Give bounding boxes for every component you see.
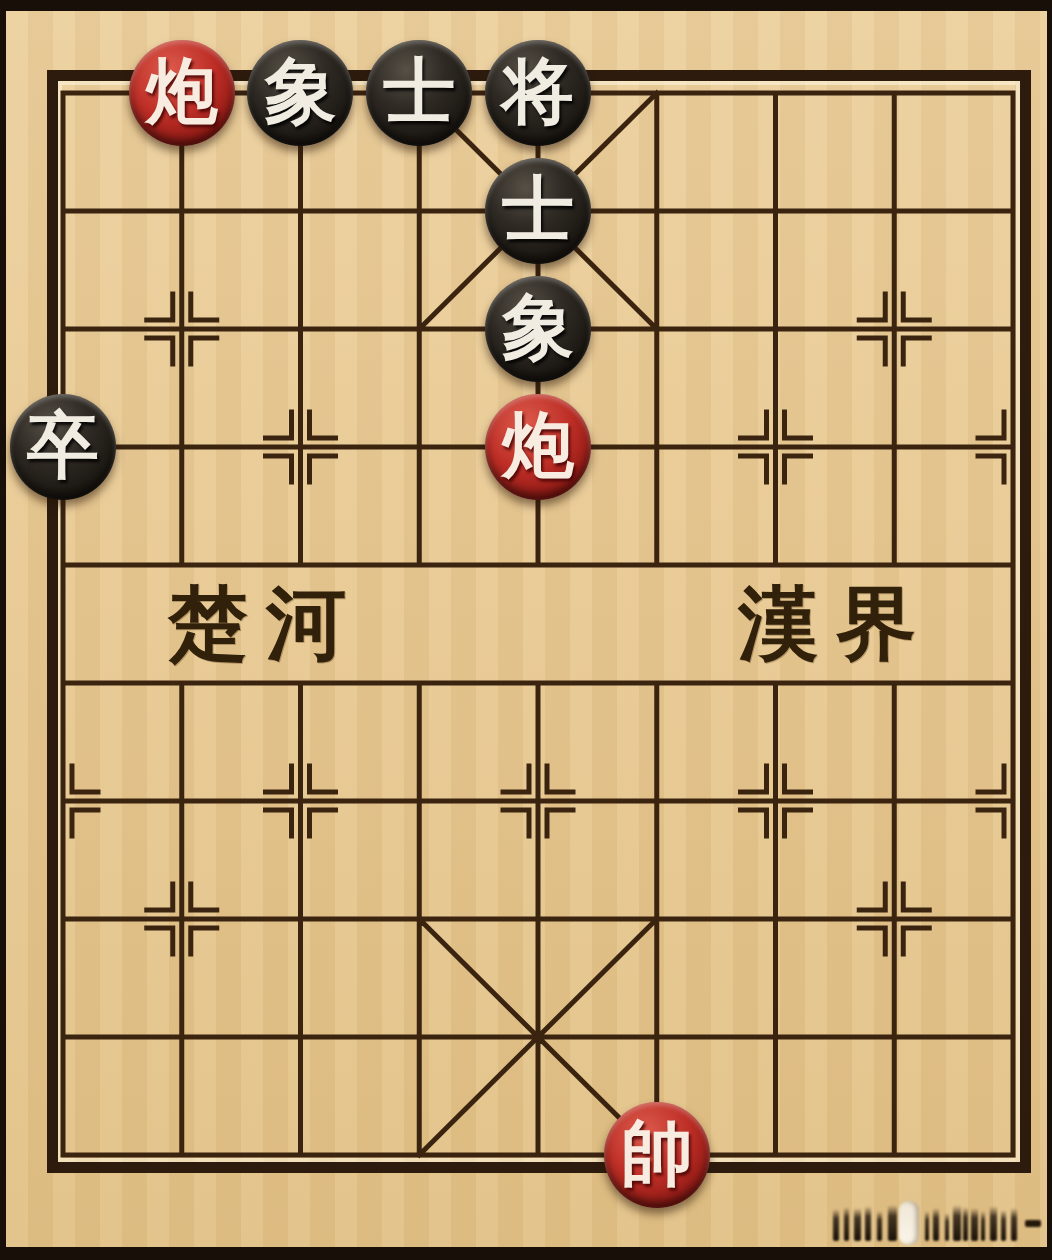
watermark-bar: [933, 1208, 939, 1241]
piece-black-soldier[interactable]: 卒: [10, 394, 116, 500]
piece-glyph: 帥: [621, 1117, 693, 1189]
piece-grid: 炮象士将士象炮卒帥: [4, 34, 1052, 1214]
watermark-bar: [981, 1211, 985, 1241]
watermark-bar: [971, 1208, 978, 1241]
piece-glyph: 将: [502, 55, 574, 127]
piece-black-elephant[interactable]: 象: [485, 276, 591, 382]
watermark-bar: [953, 1205, 961, 1241]
board-cell: 炮: [122, 34, 241, 152]
watermark-bar: [865, 1206, 871, 1241]
board-cell: 将: [479, 34, 598, 152]
piece-glyph: 象: [502, 291, 574, 363]
board-cell: 士: [479, 152, 598, 270]
piece-black-general[interactable]: 将: [485, 40, 591, 146]
watermark-pill: [899, 1201, 919, 1245]
board-cell: 帥: [597, 1096, 716, 1214]
watermark-bar: [854, 1208, 861, 1241]
watermark-barcode: [833, 1201, 1041, 1245]
piece-glyph: 象: [264, 55, 336, 127]
board-cell: 士: [360, 34, 479, 152]
watermark-bar: [945, 1213, 949, 1241]
watermark-bar: [844, 1207, 849, 1241]
piece-glyph: 士: [502, 173, 574, 245]
piece-glyph: 炮: [502, 409, 574, 481]
watermark-bar: [925, 1211, 929, 1241]
watermark-bar: [963, 1207, 968, 1241]
watermark-bar: [1001, 1210, 1006, 1241]
xiangqi-screenshot: 楚河 漢界 炮象士将士象炮卒帥: [0, 0, 1052, 1260]
piece-glyph: 士: [383, 55, 455, 127]
piece-black-advisor[interactable]: 士: [485, 158, 591, 264]
watermark-bar: [833, 1209, 839, 1241]
piece-red-general[interactable]: 帥: [604, 1102, 710, 1208]
watermark-dash: [1025, 1220, 1041, 1227]
piece-glyph: 卒: [27, 409, 99, 481]
piece-black-advisor[interactable]: 士: [366, 40, 472, 146]
board-cell: 象: [479, 270, 598, 388]
watermark-bar: [1011, 1208, 1017, 1241]
watermark-bar: [888, 1205, 897, 1241]
piece-red-cannon[interactable]: 炮: [129, 40, 235, 146]
piece-red-cannon[interactable]: 炮: [485, 394, 591, 500]
piece-black-elephant[interactable]: 象: [247, 40, 353, 146]
board-cell: 卒: [4, 388, 123, 506]
watermark-bar: [990, 1206, 997, 1241]
board-cell: 象: [241, 34, 360, 152]
board-cell: 炮: [479, 388, 598, 506]
watermark-bar: [877, 1211, 882, 1241]
piece-glyph: 炮: [146, 55, 218, 127]
